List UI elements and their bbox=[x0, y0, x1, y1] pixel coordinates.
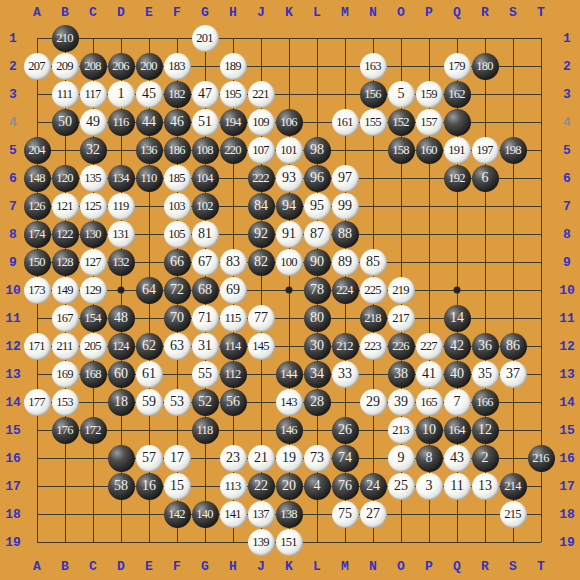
white-stone-Q16[interactable]: 43 bbox=[444, 445, 471, 472]
white-stone-B14[interactable]: 153 bbox=[52, 389, 79, 416]
col-label-top-M: M bbox=[341, 5, 349, 20]
black-stone-M10[interactable]: 224 bbox=[332, 277, 359, 304]
white-stone-S13[interactable]: 37 bbox=[500, 361, 527, 388]
white-stone-K19[interactable]: 151 bbox=[276, 529, 303, 556]
move-number: 141 bbox=[224, 508, 240, 521]
black-stone-E4[interactable]: 44 bbox=[136, 109, 163, 136]
white-stone-H18[interactable]: 141 bbox=[220, 501, 247, 528]
white-stone-A2[interactable]: 207 bbox=[24, 53, 51, 80]
black-stone-L14[interactable]: 28 bbox=[304, 389, 331, 416]
white-stone-C6[interactable]: 135 bbox=[80, 165, 107, 192]
row-label-left-6: 6 bbox=[9, 171, 17, 186]
black-stone-K13[interactable]: 144 bbox=[276, 361, 303, 388]
black-stone-G10[interactable]: 68 bbox=[192, 277, 219, 304]
col-label-top-P: P bbox=[425, 5, 433, 20]
white-stone-G4[interactable]: 51 bbox=[192, 109, 219, 136]
row-label-left-7: 7 bbox=[9, 199, 17, 214]
row-label-left-4: 4 bbox=[9, 115, 17, 130]
col-label-bottom-R: R bbox=[481, 559, 489, 574]
move-number: 114 bbox=[225, 340, 241, 353]
white-stone-D8[interactable]: 131 bbox=[108, 221, 135, 248]
black-stone-L10[interactable]: 78 bbox=[304, 277, 331, 304]
move-number: 74 bbox=[338, 451, 352, 465]
black-stone-S17[interactable]: 214 bbox=[500, 473, 527, 500]
white-stone-P13[interactable]: 41 bbox=[416, 361, 443, 388]
white-stone-M6[interactable]: 97 bbox=[332, 165, 359, 192]
move-number: 77 bbox=[254, 311, 268, 325]
white-stone-E13[interactable]: 61 bbox=[136, 361, 163, 388]
white-stone-R13[interactable]: 35 bbox=[472, 361, 499, 388]
black-stone-J8[interactable]: 92 bbox=[248, 221, 275, 248]
white-stone-O17[interactable]: 25 bbox=[388, 473, 415, 500]
move-number: 162 bbox=[448, 88, 464, 101]
move-number: 70 bbox=[170, 311, 184, 325]
white-stone-J19[interactable]: 139 bbox=[248, 529, 275, 556]
white-stone-H11[interactable]: 115 bbox=[220, 305, 247, 332]
white-stone-Q2[interactable]: 179 bbox=[444, 53, 471, 80]
black-stone-Q3[interactable]: 162 bbox=[444, 81, 471, 108]
black-stone-B6[interactable]: 120 bbox=[52, 165, 79, 192]
white-stone-H9[interactable]: 83 bbox=[220, 249, 247, 276]
move-number: 81 bbox=[198, 227, 212, 241]
black-stone-R12[interactable]: 36 bbox=[472, 333, 499, 360]
white-stone-N12[interactable]: 223 bbox=[360, 333, 387, 360]
black-stone-C2[interactable]: 208 bbox=[80, 53, 107, 80]
black-stone-K4[interactable]: 106 bbox=[276, 109, 303, 136]
black-stone-O4[interactable]: 152 bbox=[388, 109, 415, 136]
white-stone-D3[interactable]: 1 bbox=[108, 81, 135, 108]
white-stone-F7[interactable]: 103 bbox=[164, 193, 191, 220]
white-stone-A10[interactable]: 173 bbox=[24, 277, 51, 304]
black-stone-F11[interactable]: 70 bbox=[164, 305, 191, 332]
white-stone-J3[interactable]: 221 bbox=[248, 81, 275, 108]
move-number: 159 bbox=[420, 88, 436, 101]
white-stone-G3[interactable]: 47 bbox=[192, 81, 219, 108]
black-stone-C8[interactable]: 130 bbox=[80, 221, 107, 248]
black-stone-D13[interactable]: 60 bbox=[108, 361, 135, 388]
black-stone-M12[interactable]: 212 bbox=[332, 333, 359, 360]
move-number: 120 bbox=[56, 172, 72, 185]
black-stone-P16[interactable]: 8 bbox=[416, 445, 443, 472]
move-number: 177 bbox=[28, 396, 44, 409]
white-stone-M9[interactable]: 89 bbox=[332, 249, 359, 276]
white-stone-K6[interactable]: 93 bbox=[276, 165, 303, 192]
white-stone-C4[interactable]: 49 bbox=[80, 109, 107, 136]
move-number: 88 bbox=[338, 227, 352, 241]
black-stone-D14[interactable]: 18 bbox=[108, 389, 135, 416]
white-stone-G8[interactable]: 81 bbox=[192, 221, 219, 248]
white-stone-M4[interactable]: 161 bbox=[332, 109, 359, 136]
move-number: 98 bbox=[310, 143, 324, 157]
white-stone-H2[interactable]: 189 bbox=[220, 53, 247, 80]
black-stone-B4[interactable]: 50 bbox=[52, 109, 79, 136]
black-stone-G14[interactable]: 52 bbox=[192, 389, 219, 416]
move-number: 4 bbox=[314, 479, 321, 493]
row-label-left-18: 18 bbox=[5, 507, 21, 522]
white-stone-H16[interactable]: 23 bbox=[220, 445, 247, 472]
white-stone-E16[interactable]: 57 bbox=[136, 445, 163, 472]
white-stone-H17[interactable]: 113 bbox=[220, 473, 247, 500]
white-stone-L7[interactable]: 95 bbox=[304, 193, 331, 220]
move-number: 117 bbox=[85, 88, 101, 101]
white-stone-K8[interactable]: 91 bbox=[276, 221, 303, 248]
white-stone-O11[interactable]: 217 bbox=[388, 305, 415, 332]
move-number: 205 bbox=[84, 340, 100, 353]
white-stone-C10[interactable]: 129 bbox=[80, 277, 107, 304]
black-stone-D16[interactable] bbox=[108, 445, 135, 472]
black-stone-N11[interactable]: 218 bbox=[360, 305, 387, 332]
black-stone-F4[interactable]: 46 bbox=[164, 109, 191, 136]
white-stone-P17[interactable]: 3 bbox=[416, 473, 443, 500]
black-stone-L12[interactable]: 30 bbox=[304, 333, 331, 360]
white-stone-N2[interactable]: 163 bbox=[360, 53, 387, 80]
black-stone-D9[interactable]: 132 bbox=[108, 249, 135, 276]
black-stone-L5[interactable]: 98 bbox=[304, 137, 331, 164]
col-label-top-B: B bbox=[61, 5, 69, 20]
black-stone-J6[interactable]: 222 bbox=[248, 165, 275, 192]
col-label-top-L: L bbox=[313, 5, 321, 20]
move-number: 183 bbox=[168, 60, 184, 73]
black-stone-G15[interactable]: 118 bbox=[192, 417, 219, 444]
col-label-bottom-A: A bbox=[33, 559, 41, 574]
move-number: 128 bbox=[56, 256, 72, 269]
black-stone-B8[interactable]: 122 bbox=[52, 221, 79, 248]
move-number: 59 bbox=[142, 395, 156, 409]
col-label-bottom-L: L bbox=[313, 559, 321, 574]
white-stone-J11[interactable]: 77 bbox=[248, 305, 275, 332]
black-stone-P15[interactable]: 10 bbox=[416, 417, 443, 444]
black-stone-L9[interactable]: 90 bbox=[304, 249, 331, 276]
move-number: 213 bbox=[392, 424, 408, 437]
black-stone-D6[interactable]: 134 bbox=[108, 165, 135, 192]
black-stone-O12[interactable]: 226 bbox=[388, 333, 415, 360]
move-number: 83 bbox=[226, 255, 240, 269]
black-stone-K17[interactable]: 20 bbox=[276, 473, 303, 500]
move-number: 115 bbox=[225, 312, 241, 325]
black-stone-Q4[interactable] bbox=[444, 109, 471, 136]
black-stone-G6[interactable]: 104 bbox=[192, 165, 219, 192]
black-stone-E5[interactable]: 136 bbox=[136, 137, 163, 164]
white-stone-O16[interactable]: 9 bbox=[388, 445, 415, 472]
move-number: 64 bbox=[142, 283, 156, 297]
white-stone-Q14[interactable]: 7 bbox=[444, 389, 471, 416]
white-stone-B10[interactable]: 149 bbox=[52, 277, 79, 304]
black-stone-N3[interactable]: 156 bbox=[360, 81, 387, 108]
white-stone-J16[interactable]: 21 bbox=[248, 445, 275, 472]
white-stone-P12[interactable]: 227 bbox=[416, 333, 443, 360]
white-stone-P14[interactable]: 165 bbox=[416, 389, 443, 416]
white-stone-F16[interactable]: 17 bbox=[164, 445, 191, 472]
black-stone-M16[interactable]: 74 bbox=[332, 445, 359, 472]
white-stone-M13[interactable]: 33 bbox=[332, 361, 359, 388]
black-stone-Q13[interactable]: 40 bbox=[444, 361, 471, 388]
move-number: 116 bbox=[113, 116, 129, 129]
move-number: 165 bbox=[420, 396, 436, 409]
white-stone-S18[interactable]: 215 bbox=[500, 501, 527, 528]
white-stone-L16[interactable]: 73 bbox=[304, 445, 331, 472]
white-stone-F12[interactable]: 63 bbox=[164, 333, 191, 360]
black-stone-B9[interactable]: 128 bbox=[52, 249, 79, 276]
white-stone-G12[interactable]: 31 bbox=[192, 333, 219, 360]
col-label-bottom-P: P bbox=[425, 559, 433, 574]
move-number: 53 bbox=[170, 395, 184, 409]
go-board-app: AABBCCDDEEFFGGHHJJKKLLMMNNOOPPQQRRSSTT11… bbox=[0, 0, 580, 580]
black-stone-K18[interactable]: 138 bbox=[276, 501, 303, 528]
move-number: 125 bbox=[84, 200, 100, 213]
move-number: 157 bbox=[420, 116, 436, 129]
move-number: 139 bbox=[252, 536, 268, 549]
black-stone-A7[interactable]: 126 bbox=[24, 193, 51, 220]
white-stone-L8[interactable]: 87 bbox=[304, 221, 331, 248]
black-stone-F18[interactable]: 142 bbox=[164, 501, 191, 528]
black-stone-K7[interactable]: 94 bbox=[276, 193, 303, 220]
white-stone-F17[interactable]: 15 bbox=[164, 473, 191, 500]
white-stone-C12[interactable]: 205 bbox=[80, 333, 107, 360]
white-stone-G9[interactable]: 67 bbox=[192, 249, 219, 276]
black-stone-E6[interactable]: 110 bbox=[136, 165, 163, 192]
move-number: 19 bbox=[282, 451, 296, 465]
white-stone-B3[interactable]: 111 bbox=[52, 81, 79, 108]
white-stone-J18[interactable]: 137 bbox=[248, 501, 275, 528]
black-stone-S12[interactable]: 86 bbox=[500, 333, 527, 360]
move-number: 137 bbox=[252, 508, 268, 521]
move-number: 186 bbox=[168, 144, 184, 157]
row-label-right-2: 2 bbox=[563, 59, 571, 74]
move-number: 89 bbox=[338, 255, 352, 269]
white-stone-N14[interactable]: 29 bbox=[360, 389, 387, 416]
move-number: 62 bbox=[142, 339, 156, 353]
black-stone-K15[interactable]: 146 bbox=[276, 417, 303, 444]
move-number: 76 bbox=[338, 479, 352, 493]
black-stone-A9[interactable]: 150 bbox=[24, 249, 51, 276]
move-number: 66 bbox=[170, 255, 184, 269]
black-stone-H5[interactable]: 220 bbox=[220, 137, 247, 164]
black-stone-F3[interactable]: 182 bbox=[164, 81, 191, 108]
white-stone-B7[interactable]: 121 bbox=[52, 193, 79, 220]
black-stone-A5[interactable]: 204 bbox=[24, 137, 51, 164]
move-number: 71 bbox=[198, 311, 212, 325]
black-stone-L11[interactable]: 80 bbox=[304, 305, 331, 332]
white-stone-C3[interactable]: 117 bbox=[80, 81, 107, 108]
black-stone-L13[interactable]: 34 bbox=[304, 361, 331, 388]
black-stone-A6[interactable]: 148 bbox=[24, 165, 51, 192]
black-stone-D2[interactable]: 206 bbox=[108, 53, 135, 80]
black-stone-L17[interactable]: 4 bbox=[304, 473, 331, 500]
white-stone-P4[interactable]: 157 bbox=[416, 109, 443, 136]
col-label-top-O: O bbox=[397, 5, 405, 20]
col-label-top-T: T bbox=[537, 5, 545, 20]
black-stone-D4[interactable]: 116 bbox=[108, 109, 135, 136]
white-stone-F2[interactable]: 183 bbox=[164, 53, 191, 80]
black-stone-H12[interactable]: 114 bbox=[220, 333, 247, 360]
black-stone-R2[interactable]: 180 bbox=[472, 53, 499, 80]
white-stone-G1[interactable]: 201 bbox=[192, 25, 219, 52]
white-stone-G11[interactable]: 71 bbox=[192, 305, 219, 332]
white-stone-O10[interactable]: 219 bbox=[388, 277, 415, 304]
black-stone-J17[interactable]: 22 bbox=[248, 473, 275, 500]
white-stone-H10[interactable]: 69 bbox=[220, 277, 247, 304]
row-label-left-5: 5 bbox=[9, 143, 17, 158]
white-stone-C7[interactable]: 125 bbox=[80, 193, 107, 220]
white-stone-N9[interactable]: 85 bbox=[360, 249, 387, 276]
black-stone-N17[interactable]: 24 bbox=[360, 473, 387, 500]
black-stone-B1[interactable]: 210 bbox=[52, 25, 79, 52]
black-stone-F10[interactable]: 72 bbox=[164, 277, 191, 304]
white-stone-J4[interactable]: 109 bbox=[248, 109, 275, 136]
black-stone-T16[interactable]: 216 bbox=[528, 445, 555, 472]
black-stone-Q12[interactable]: 42 bbox=[444, 333, 471, 360]
move-number: 9 bbox=[398, 451, 405, 465]
black-stone-D11[interactable]: 48 bbox=[108, 305, 135, 332]
black-stone-F9[interactable]: 66 bbox=[164, 249, 191, 276]
move-number: 50 bbox=[58, 115, 72, 129]
white-stone-H3[interactable]: 195 bbox=[220, 81, 247, 108]
row-label-right-17: 17 bbox=[559, 479, 575, 494]
white-stone-O14[interactable]: 39 bbox=[388, 389, 415, 416]
black-stone-M8[interactable]: 88 bbox=[332, 221, 359, 248]
black-stone-E17[interactable]: 16 bbox=[136, 473, 163, 500]
white-stone-N18[interactable]: 27 bbox=[360, 501, 387, 528]
black-stone-P5[interactable]: 160 bbox=[416, 137, 443, 164]
black-stone-G18[interactable]: 140 bbox=[192, 501, 219, 528]
black-stone-A8[interactable]: 174 bbox=[24, 221, 51, 248]
white-stone-K14[interactable]: 143 bbox=[276, 389, 303, 416]
white-stone-J5[interactable]: 107 bbox=[248, 137, 275, 164]
col-label-bottom-G: G bbox=[201, 559, 209, 574]
white-stone-K9[interactable]: 100 bbox=[276, 249, 303, 276]
move-number: 227 bbox=[420, 340, 436, 353]
black-stone-G5[interactable]: 108 bbox=[192, 137, 219, 164]
black-stone-H13[interactable]: 112 bbox=[220, 361, 247, 388]
col-label-bottom-M: M bbox=[341, 559, 349, 574]
white-stone-B2[interactable]: 209 bbox=[52, 53, 79, 80]
white-stone-D7[interactable]: 119 bbox=[108, 193, 135, 220]
black-stone-Q6[interactable]: 192 bbox=[444, 165, 471, 192]
move-number: 224 bbox=[336, 284, 352, 297]
col-label-top-F: F bbox=[173, 5, 181, 20]
move-number: 12 bbox=[478, 423, 492, 437]
black-stone-C5[interactable]: 32 bbox=[80, 137, 107, 164]
black-stone-R14[interactable]: 166 bbox=[472, 389, 499, 416]
black-stone-R16[interactable]: 2 bbox=[472, 445, 499, 472]
move-number: 154 bbox=[84, 312, 100, 325]
white-stone-F8[interactable]: 105 bbox=[164, 221, 191, 248]
white-stone-O3[interactable]: 5 bbox=[388, 81, 415, 108]
white-stone-M18[interactable]: 75 bbox=[332, 501, 359, 528]
black-stone-Q11[interactable]: 14 bbox=[444, 305, 471, 332]
col-label-bottom-B: B bbox=[61, 559, 69, 574]
white-stone-M7[interactable]: 99 bbox=[332, 193, 359, 220]
black-stone-E10[interactable]: 64 bbox=[136, 277, 163, 304]
black-stone-G7[interactable]: 102 bbox=[192, 193, 219, 220]
black-stone-R6[interactable]: 6 bbox=[472, 165, 499, 192]
black-stone-D12[interactable]: 124 bbox=[108, 333, 135, 360]
move-number: 95 bbox=[310, 199, 324, 213]
move-number: 132 bbox=[112, 256, 128, 269]
white-stone-Q5[interactable]: 191 bbox=[444, 137, 471, 164]
move-number: 35 bbox=[478, 367, 492, 381]
move-number: 10 bbox=[422, 423, 436, 437]
white-stone-F6[interactable]: 185 bbox=[164, 165, 191, 192]
black-stone-M15[interactable]: 26 bbox=[332, 417, 359, 444]
col-label-top-N: N bbox=[369, 5, 377, 20]
black-stone-B15[interactable]: 176 bbox=[52, 417, 79, 444]
black-stone-L6[interactable]: 96 bbox=[304, 165, 331, 192]
col-label-top-D: D bbox=[117, 5, 125, 20]
white-stone-N10[interactable]: 225 bbox=[360, 277, 387, 304]
black-stone-E12[interactable]: 62 bbox=[136, 333, 163, 360]
move-number: 91 bbox=[282, 227, 296, 241]
black-stone-C13[interactable]: 168 bbox=[80, 361, 107, 388]
move-number: 24 bbox=[366, 479, 380, 493]
white-stone-O15[interactable]: 213 bbox=[388, 417, 415, 444]
white-stone-R5[interactable]: 197 bbox=[472, 137, 499, 164]
white-stone-R17[interactable]: 13 bbox=[472, 473, 499, 500]
white-stone-B13[interactable]: 169 bbox=[52, 361, 79, 388]
move-number: 73 bbox=[310, 451, 324, 465]
move-number: 148 bbox=[28, 172, 44, 185]
black-stone-J7[interactable]: 84 bbox=[248, 193, 275, 220]
white-stone-A12[interactable]: 171 bbox=[24, 333, 51, 360]
move-number: 1 bbox=[118, 87, 125, 101]
row-label-right-16: 16 bbox=[559, 451, 575, 466]
black-stone-M17[interactable]: 76 bbox=[332, 473, 359, 500]
row-label-right-14: 14 bbox=[559, 395, 575, 410]
white-stone-P3[interactable]: 159 bbox=[416, 81, 443, 108]
move-number: 131 bbox=[112, 228, 128, 241]
black-stone-C15[interactable]: 172 bbox=[80, 417, 107, 444]
black-stone-O5[interactable]: 158 bbox=[388, 137, 415, 164]
black-stone-O13[interactable]: 38 bbox=[388, 361, 415, 388]
move-number: 100 bbox=[280, 256, 296, 269]
black-stone-F5[interactable]: 186 bbox=[164, 137, 191, 164]
white-stone-J12[interactable]: 145 bbox=[248, 333, 275, 360]
row-label-left-10: 10 bbox=[5, 283, 21, 298]
move-number: 82 bbox=[254, 255, 268, 269]
move-number: 23 bbox=[226, 451, 240, 465]
white-stone-Q17[interactable]: 11 bbox=[444, 473, 471, 500]
move-number: 55 bbox=[198, 367, 212, 381]
white-stone-K16[interactable]: 19 bbox=[276, 445, 303, 472]
white-stone-K5[interactable]: 101 bbox=[276, 137, 303, 164]
move-number: 17 bbox=[170, 451, 184, 465]
white-stone-E14[interactable]: 59 bbox=[136, 389, 163, 416]
row-label-right-10: 10 bbox=[559, 283, 575, 298]
black-stone-C11[interactable]: 154 bbox=[80, 305, 107, 332]
black-stone-J9[interactable]: 82 bbox=[248, 249, 275, 276]
black-stone-D17[interactable]: 58 bbox=[108, 473, 135, 500]
white-stone-N4[interactable]: 155 bbox=[360, 109, 387, 136]
black-stone-H4[interactable]: 194 bbox=[220, 109, 247, 136]
move-number: 197 bbox=[476, 144, 492, 157]
white-stone-E3[interactable]: 45 bbox=[136, 81, 163, 108]
col-label-bottom-O: O bbox=[397, 559, 405, 574]
white-stone-C9[interactable]: 127 bbox=[80, 249, 107, 276]
move-number: 108 bbox=[196, 144, 212, 157]
white-stone-B12[interactable]: 211 bbox=[52, 333, 79, 360]
black-stone-Q15[interactable]: 164 bbox=[444, 417, 471, 444]
move-number: 122 bbox=[56, 228, 72, 241]
white-stone-A14[interactable]: 177 bbox=[24, 389, 51, 416]
white-stone-B11[interactable]: 167 bbox=[52, 305, 79, 332]
black-stone-S5[interactable]: 198 bbox=[500, 137, 527, 164]
col-label-bottom-S: S bbox=[509, 559, 517, 574]
black-stone-R15[interactable]: 12 bbox=[472, 417, 499, 444]
black-stone-E2[interactable]: 200 bbox=[136, 53, 163, 80]
white-stone-F14[interactable]: 53 bbox=[164, 389, 191, 416]
white-stone-G13[interactable]: 55 bbox=[192, 361, 219, 388]
black-stone-H14[interactable]: 56 bbox=[220, 389, 247, 416]
